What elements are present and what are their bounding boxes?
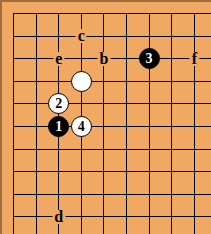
black-stone-move-1: 1 [48,116,69,137]
grid-line-vertical [126,13,127,234]
grid-line-horizontal [13,216,211,217]
point-letter-f: f [190,52,199,66]
grid-line-horizontal [13,171,211,172]
grid-line-vertical [36,13,37,234]
grid-line-horizontal [13,58,211,59]
black-stone-move-3: 3 [139,48,160,69]
go-board: cebfd2143 [0,0,211,234]
white-stone [71,71,92,92]
grid-line-horizontal [13,36,211,37]
grid-line-horizontal [13,103,211,104]
stone-number: 4 [78,120,85,134]
grid-line-vertical [194,13,195,234]
grid-line-horizontal [13,194,211,195]
stone-number: 2 [55,97,62,111]
white-stone-move-4: 4 [71,116,92,137]
stone-number: 3 [146,52,153,66]
point-letter-b: b [97,52,110,66]
grid-line-vertical [103,13,104,234]
grid-line-horizontal [13,13,211,14]
white-stone-move-2: 2 [48,93,69,114]
stone-number: 1 [55,120,62,134]
point-letter-e: e [53,52,64,66]
point-letter-d: d [52,210,65,224]
point-letter-c: c [76,29,87,43]
grid-line-vertical [149,13,150,234]
grid-line-horizontal [13,149,211,150]
grid-line-vertical [13,13,14,234]
grid-line-vertical [171,13,172,234]
grid-line-horizontal [13,81,211,82]
grid-line-horizontal [13,126,211,127]
